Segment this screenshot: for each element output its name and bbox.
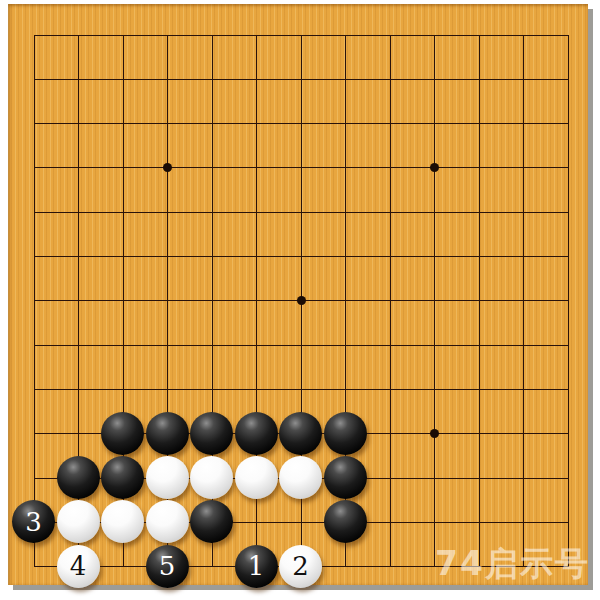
grid-line-horizontal — [34, 389, 569, 390]
black-stone[interactable] — [101, 456, 144, 499]
white-stone[interactable]: 4 — [57, 545, 100, 588]
grid-line-vertical — [568, 35, 569, 568]
grid-line-vertical — [390, 35, 391, 568]
hoshi-point — [430, 429, 439, 438]
grid-line-vertical — [479, 35, 480, 568]
black-stone[interactable] — [324, 412, 367, 455]
hoshi-point — [297, 296, 306, 305]
black-stone[interactable] — [235, 412, 278, 455]
white-stone[interactable] — [146, 500, 189, 543]
black-stone[interactable] — [279, 412, 322, 455]
move-number-label: 2 — [292, 553, 309, 579]
hoshi-point — [430, 163, 439, 172]
white-stone[interactable] — [235, 456, 278, 499]
black-stone[interactable]: 3 — [12, 500, 55, 543]
hoshi-point — [163, 163, 172, 172]
black-stone[interactable] — [190, 412, 233, 455]
grid-line-vertical — [523, 35, 524, 568]
black-stone[interactable] — [101, 412, 144, 455]
black-stone[interactable] — [146, 412, 189, 455]
white-stone[interactable]: 2 — [279, 545, 322, 588]
move-number-label: 1 — [248, 553, 265, 579]
move-number-label: 3 — [25, 509, 42, 535]
black-stone[interactable] — [190, 500, 233, 543]
grid-line-horizontal — [34, 345, 569, 346]
move-number-label: 4 — [70, 553, 87, 579]
black-stone[interactable]: 1 — [235, 545, 278, 588]
white-stone[interactable] — [101, 500, 144, 543]
goban[interactable]: 34512 — [8, 4, 588, 585]
white-stone[interactable] — [146, 456, 189, 499]
move-number-label: 5 — [159, 553, 176, 579]
white-stone[interactable] — [279, 456, 322, 499]
black-stone[interactable] — [324, 456, 367, 499]
black-stone[interactable]: 5 — [146, 545, 189, 588]
white-stone[interactable] — [190, 456, 233, 499]
grid-line-vertical — [434, 35, 435, 568]
white-stone[interactable] — [57, 500, 100, 543]
black-stone[interactable] — [57, 456, 100, 499]
page-background: 34512 74启示号 — [0, 0, 600, 600]
black-stone[interactable] — [324, 500, 367, 543]
